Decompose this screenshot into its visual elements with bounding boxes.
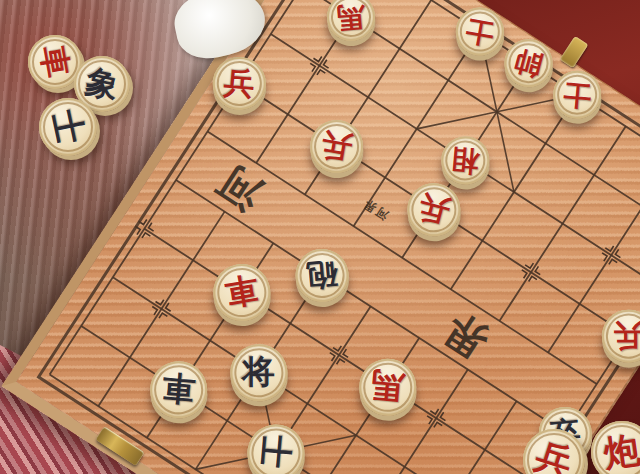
table-scene: 河 界 河界 馬士帥士相兵兵兵兵車馬砲卒車将士 車象士兵炮 <box>0 0 640 474</box>
piece-character: 車 <box>37 44 73 80</box>
piece-character: 砲 <box>305 258 338 291</box>
piece-character: 士 <box>562 80 592 110</box>
piece-character: 士 <box>258 434 294 470</box>
piece-character: 車 <box>161 371 197 407</box>
piece-character: 士 <box>48 107 88 147</box>
piece-character: 馬 <box>370 369 406 405</box>
xiangqi-piece-black-captured[interactable]: 士 <box>39 98 97 156</box>
piece-character: 士 <box>464 15 496 47</box>
piece-character: 兵 <box>319 128 355 164</box>
piece-character: 相 <box>450 145 480 175</box>
piece-character: 車 <box>223 273 261 311</box>
piece-character: 兵 <box>613 320 640 351</box>
piece-character: 兵 <box>223 66 256 99</box>
piece-character: 炮 <box>602 432 640 473</box>
piece-character: 将 <box>242 356 275 389</box>
river-small-mark: 河界 <box>360 196 391 223</box>
piece-character: 馬 <box>336 2 366 32</box>
piece-character: 象 <box>83 65 122 104</box>
